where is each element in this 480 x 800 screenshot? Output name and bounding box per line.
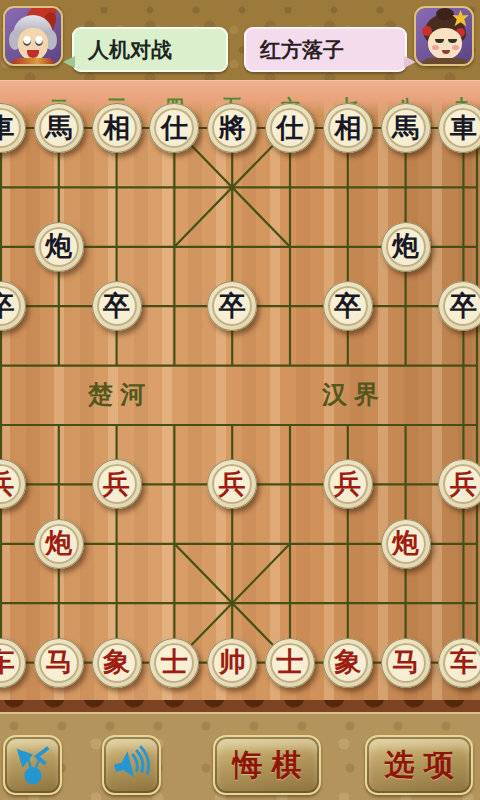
mode-label: 人机对战 xyxy=(88,36,172,64)
piece-rC[interactable]: 炮 xyxy=(34,519,84,569)
options-label: 选项 xyxy=(385,745,463,786)
piece-bC[interactable]: 炮 xyxy=(381,222,431,272)
screen: { "game": "xiangqi", "mode_label": "人机对战… xyxy=(0,0,480,800)
robe xyxy=(420,58,470,66)
piece-bP[interactable]: 卒 xyxy=(92,281,142,331)
piece-bN[interactable]: 馬 xyxy=(381,103,431,153)
undo-label: 悔棋 xyxy=(233,745,311,786)
face xyxy=(428,28,462,59)
eye-left xyxy=(23,36,31,46)
piece-bP[interactable]: 卒 xyxy=(438,281,480,331)
sound-button[interactable] xyxy=(102,735,161,795)
sound-icon xyxy=(109,742,155,788)
status-label: 红方落子 xyxy=(260,36,344,64)
piece-rK[interactable]: 帅 xyxy=(207,638,257,688)
piece-rC[interactable]: 炮 xyxy=(381,519,431,569)
xiangqi-board[interactable]: 一二三四五六七八九 楚河 汉界 車馬相仕將仕相馬車炮炮卒卒卒卒卒兵兵兵兵兵炮炮车… xyxy=(0,80,480,714)
status-bubble: 红方落子 xyxy=(244,27,407,72)
piece-rP[interactable]: 兵 xyxy=(438,459,480,509)
red-player-avatar xyxy=(414,6,474,66)
piece-rA[interactable]: 士 xyxy=(149,638,199,688)
river-label-left: 楚河 xyxy=(88,380,152,410)
piece-rP[interactable]: 兵 xyxy=(323,459,373,509)
bottom-bar: 悔棋 选项 xyxy=(0,714,480,800)
piece-rB[interactable]: 象 xyxy=(92,638,142,688)
piece-bC[interactable]: 炮 xyxy=(34,222,84,272)
options-button[interactable]: 选项 xyxy=(365,735,473,795)
piece-rN[interactable]: 马 xyxy=(34,638,84,688)
mode-bubble: 人机对战 xyxy=(72,27,228,72)
new-game-button[interactable] xyxy=(3,735,62,795)
new-game-icon xyxy=(10,742,56,788)
piece-rP[interactable]: 兵 xyxy=(92,459,142,509)
river-label-right: 汉界 xyxy=(322,380,386,410)
piece-bK[interactable]: 將 xyxy=(207,103,257,153)
piece-rB[interactable]: 象 xyxy=(323,638,373,688)
piece-bB[interactable]: 相 xyxy=(323,103,373,153)
eye-right xyxy=(35,36,43,46)
piece-bN[interactable]: 馬 xyxy=(34,103,84,153)
piece-rN[interactable]: 马 xyxy=(381,638,431,688)
piece-bB[interactable]: 相 xyxy=(92,103,142,153)
robe xyxy=(11,58,55,66)
board-bottom-edge xyxy=(0,700,480,714)
undo-button[interactable]: 悔棋 xyxy=(213,735,321,795)
piece-bR[interactable]: 車 xyxy=(438,103,480,153)
blush-right xyxy=(452,45,459,50)
black-player-avatar xyxy=(3,6,63,66)
piece-rR[interactable]: 车 xyxy=(438,638,480,688)
hair-bun xyxy=(436,8,454,20)
blush-left xyxy=(432,45,439,50)
top-bar: 人机对战 红方落子 xyxy=(0,0,480,80)
piece-rA[interactable]: 士 xyxy=(265,638,315,688)
piece-bA[interactable]: 仕 xyxy=(265,103,315,153)
board-grid xyxy=(0,80,480,714)
piece-bP[interactable]: 卒 xyxy=(323,281,373,331)
